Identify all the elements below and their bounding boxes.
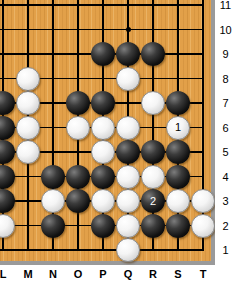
col-label-Q: Q xyxy=(124,268,133,280)
black-stone-O4[interactable] xyxy=(66,165,90,189)
row-coordinates: 1110987654321 xyxy=(215,0,236,265)
row-label-1: 1 xyxy=(215,244,236,256)
white-stone-P6[interactable] xyxy=(91,116,115,140)
white-stone-R7[interactable] xyxy=(141,91,165,115)
white-stone-Q2[interactable] xyxy=(116,214,140,238)
col-label-M: M xyxy=(23,268,32,280)
row-label-10: 10 xyxy=(215,24,236,36)
black-stone-L7[interactable] xyxy=(0,91,15,115)
go-diagram: 12 1110987654321 LMNOPQRST xyxy=(0,0,236,284)
row-label-5: 5 xyxy=(215,146,236,158)
move-number-label: 1 xyxy=(175,122,181,133)
white-stone-Q3[interactable] xyxy=(116,189,140,213)
black-stone-P9[interactable] xyxy=(91,42,115,66)
white-stone-M7[interactable] xyxy=(16,91,40,115)
white-stone-M6[interactable] xyxy=(16,116,40,140)
goban[interactable]: 12 xyxy=(0,0,215,265)
grid-line-row-1 xyxy=(0,249,204,251)
black-stone-S7[interactable] xyxy=(166,91,190,115)
row-label-9: 9 xyxy=(215,48,236,60)
black-stone-N2[interactable] xyxy=(41,214,65,238)
row-label-4: 4 xyxy=(215,171,236,183)
white-stone-Q6[interactable] xyxy=(116,116,140,140)
col-label-S: S xyxy=(174,268,181,280)
black-stone-P2[interactable] xyxy=(91,214,115,238)
black-stone-R2[interactable] xyxy=(141,214,165,238)
black-stone-R5[interactable] xyxy=(141,140,165,164)
white-stone-M5[interactable] xyxy=(16,140,40,164)
white-stone-L2[interactable] xyxy=(0,214,15,238)
white-stone-O6[interactable] xyxy=(66,116,90,140)
black-stone-S4[interactable] xyxy=(166,165,190,189)
row-label-2: 2 xyxy=(215,220,236,232)
black-stone-P7[interactable] xyxy=(91,91,115,115)
white-stone-P3[interactable] xyxy=(91,189,115,213)
col-label-P: P xyxy=(99,268,106,280)
white-stone-R4[interactable] xyxy=(141,165,165,189)
black-stone-R9[interactable] xyxy=(141,42,165,66)
black-stone-S5[interactable] xyxy=(166,140,190,164)
col-label-L: L xyxy=(0,268,6,280)
row-label-3: 3 xyxy=(215,195,236,207)
black-stone-O3[interactable] xyxy=(66,189,90,213)
white-stone-T3[interactable] xyxy=(191,189,215,213)
black-stone-O7[interactable] xyxy=(66,91,90,115)
white-stone-P5[interactable] xyxy=(91,140,115,164)
white-stone-T2[interactable] xyxy=(191,214,215,238)
grid-line-row-11 xyxy=(0,4,204,6)
grid-line-row-10 xyxy=(0,29,204,31)
black-stone-R3[interactable]: 2 xyxy=(141,189,165,213)
col-label-R: R xyxy=(149,268,157,280)
black-stone-L6[interactable] xyxy=(0,116,15,140)
row-label-11: 11 xyxy=(215,0,236,11)
black-stone-S2[interactable] xyxy=(166,214,190,238)
white-stone-S6[interactable]: 1 xyxy=(166,116,190,140)
col-label-T: T xyxy=(200,268,207,280)
white-stone-M8[interactable] xyxy=(16,67,40,91)
white-stone-Q8[interactable] xyxy=(116,67,140,91)
white-stone-Q1[interactable] xyxy=(116,238,140,262)
black-stone-P4[interactable] xyxy=(91,165,115,189)
black-stone-Q5[interactable] xyxy=(116,140,140,164)
white-stone-N3[interactable] xyxy=(41,189,65,213)
black-stone-Q9[interactable] xyxy=(116,42,140,66)
black-stone-L5[interactable] xyxy=(0,140,15,164)
white-stone-S3[interactable] xyxy=(166,189,190,213)
row-label-6: 6 xyxy=(215,122,236,134)
row-label-8: 8 xyxy=(215,73,236,85)
row-label-7: 7 xyxy=(215,97,236,109)
star-point-Q10 xyxy=(126,27,131,32)
column-coordinates: LMNOPQRST xyxy=(0,265,215,284)
black-stone-N4[interactable] xyxy=(41,165,65,189)
black-stone-L3[interactable] xyxy=(0,189,15,213)
white-stone-Q4[interactable] xyxy=(116,165,140,189)
col-label-N: N xyxy=(49,268,57,280)
move-number-label: 2 xyxy=(150,196,156,207)
col-label-O: O xyxy=(74,268,83,280)
black-stone-L4[interactable] xyxy=(0,165,15,189)
